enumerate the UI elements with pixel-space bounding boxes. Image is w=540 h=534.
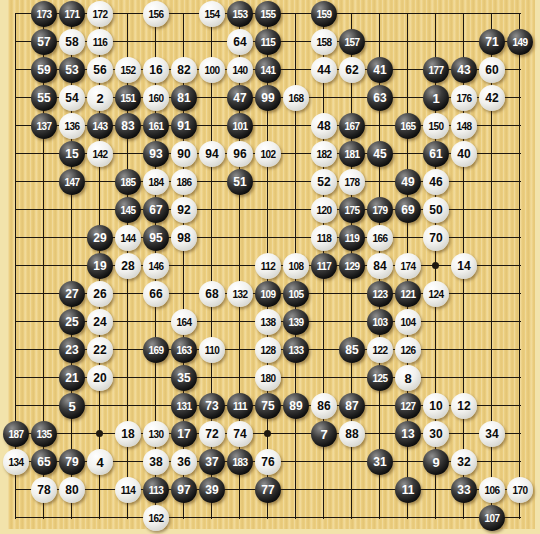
intersection[interactable]: 111 — [226, 392, 254, 420]
stone-black[interactable]: 91 — [171, 113, 197, 139]
intersection[interactable] — [282, 448, 310, 476]
intersection[interactable] — [198, 504, 226, 532]
intersection[interactable]: 41 — [366, 56, 394, 84]
intersection[interactable]: 178 — [338, 168, 366, 196]
intersection[interactable]: 85 — [338, 336, 366, 364]
stone-black[interactable]: 187 — [3, 421, 29, 447]
intersection[interactable] — [226, 476, 254, 504]
intersection[interactable]: 144 — [114, 224, 142, 252]
stone-white[interactable]: 76 — [255, 449, 281, 475]
stone-black[interactable]: 41 — [367, 57, 393, 83]
intersection[interactable] — [450, 0, 478, 28]
intersection[interactable]: 49 — [394, 168, 422, 196]
intersection[interactable]: 153 — [226, 0, 254, 28]
intersection[interactable]: 182 — [310, 140, 338, 168]
intersection[interactable]: 168 — [282, 84, 310, 112]
intersection[interactable]: 163 — [170, 336, 198, 364]
intersection[interactable] — [198, 112, 226, 140]
stone-white[interactable]: 58 — [59, 29, 85, 55]
stone-black[interactable]: 73 — [199, 393, 225, 419]
intersection[interactable]: 13 — [394, 420, 422, 448]
intersection[interactable] — [30, 280, 58, 308]
intersection[interactable]: 40 — [450, 140, 478, 168]
intersection[interactable] — [114, 504, 142, 532]
stone-white[interactable]: 136 — [59, 113, 85, 139]
intersection[interactable] — [394, 84, 422, 112]
intersection[interactable]: 91 — [170, 112, 198, 140]
intersection[interactable] — [2, 0, 30, 28]
stone-black[interactable]: 167 — [339, 113, 365, 139]
intersection[interactable] — [142, 364, 170, 392]
stone-white[interactable]: 62 — [339, 57, 365, 83]
intersection[interactable]: 10 — [422, 392, 450, 420]
intersection[interactable]: 35 — [170, 364, 198, 392]
intersection[interactable] — [478, 336, 506, 364]
intersection[interactable] — [366, 112, 394, 140]
intersection[interactable] — [226, 224, 254, 252]
intersection[interactable] — [114, 308, 142, 336]
stone-white[interactable]: 114 — [115, 477, 141, 503]
intersection[interactable] — [226, 252, 254, 280]
intersection[interactable] — [310, 308, 338, 336]
stone-white[interactable]: 80 — [59, 477, 85, 503]
intersection[interactable]: 70 — [422, 224, 450, 252]
stone-black[interactable]: 81 — [171, 85, 197, 111]
stone-white[interactable]: 24 — [87, 309, 113, 335]
stone-black[interactable]: 133 — [283, 337, 309, 363]
stone-white[interactable]: 28 — [115, 253, 141, 279]
stone-white[interactable]: 30 — [423, 421, 449, 447]
stone-black[interactable]: 27 — [59, 281, 85, 307]
stone-white[interactable]: 16 — [143, 57, 169, 83]
intersection[interactable]: 53 — [58, 56, 86, 84]
stone-white[interactable]: 108 — [283, 253, 309, 279]
intersection[interactable] — [506, 84, 534, 112]
intersection[interactable] — [2, 364, 30, 392]
intersection[interactable]: 99 — [254, 84, 282, 112]
intersection[interactable] — [282, 56, 310, 84]
intersection[interactable]: 158 — [310, 28, 338, 56]
stone-black[interactable]: 85 — [339, 337, 365, 363]
stone-white[interactable]: 120 — [311, 197, 337, 223]
intersection[interactable] — [506, 392, 534, 420]
stone-black[interactable]: 83 — [115, 113, 141, 139]
intersection[interactable]: 128 — [254, 336, 282, 364]
intersection[interactable]: 52 — [310, 168, 338, 196]
intersection[interactable]: 118 — [310, 224, 338, 252]
stone-white[interactable]: 122 — [367, 337, 393, 363]
intersection[interactable]: 72 — [198, 420, 226, 448]
intersection[interactable]: 142 — [86, 140, 114, 168]
intersection[interactable] — [198, 196, 226, 224]
intersection[interactable] — [2, 504, 30, 532]
intersection[interactable] — [422, 308, 450, 336]
intersection[interactable] — [506, 504, 534, 532]
intersection[interactable]: 150 — [422, 112, 450, 140]
stone-black[interactable]: 145 — [115, 197, 141, 223]
stone-black[interactable]: 45 — [367, 141, 393, 167]
intersection[interactable] — [282, 476, 310, 504]
intersection[interactable]: 42 — [478, 84, 506, 112]
intersection[interactable]: 68 — [198, 280, 226, 308]
stone-white[interactable]: 78 — [31, 477, 57, 503]
intersection[interactable] — [2, 392, 30, 420]
stone-white[interactable]: 2 — [87, 85, 113, 111]
intersection[interactable]: 175 — [338, 196, 366, 224]
stone-black[interactable]: 23 — [59, 337, 85, 363]
intersection[interactable] — [422, 28, 450, 56]
stone-white[interactable]: 126 — [395, 337, 421, 363]
stone-black[interactable]: 181 — [339, 141, 365, 167]
intersection[interactable]: 82 — [170, 56, 198, 84]
intersection[interactable] — [422, 364, 450, 392]
intersection[interactable] — [394, 504, 422, 532]
intersection[interactable] — [86, 168, 114, 196]
intersection[interactable] — [450, 28, 478, 56]
intersection[interactable] — [338, 280, 366, 308]
intersection[interactable] — [254, 112, 282, 140]
intersection[interactable]: 18 — [114, 420, 142, 448]
intersection[interactable] — [478, 224, 506, 252]
intersection[interactable] — [310, 364, 338, 392]
intersection[interactable]: 55 — [30, 84, 58, 112]
intersection[interactable] — [30, 392, 58, 420]
stone-white[interactable]: 68 — [199, 281, 225, 307]
stone-white[interactable]: 170 — [507, 477, 533, 503]
intersection[interactable]: 132 — [226, 280, 254, 308]
intersection[interactable]: 26 — [86, 280, 114, 308]
stone-black[interactable]: 5 — [59, 393, 85, 419]
intersection[interactable]: 112 — [254, 252, 282, 280]
intersection[interactable]: 43 — [450, 56, 478, 84]
intersection[interactable] — [338, 476, 366, 504]
stone-black[interactable]: 159 — [311, 1, 337, 27]
intersection[interactable]: 15 — [58, 140, 86, 168]
stone-black[interactable]: 61 — [423, 141, 449, 167]
intersection[interactable]: 100 — [198, 56, 226, 84]
intersection[interactable] — [30, 308, 58, 336]
intersection[interactable]: 105 — [282, 280, 310, 308]
intersection[interactable]: 115 — [254, 28, 282, 56]
intersection[interactable]: 9 — [422, 448, 450, 476]
stone-black[interactable]: 1 — [423, 85, 449, 111]
intersection[interactable]: 71 — [478, 28, 506, 56]
intersection[interactable]: 125 — [366, 364, 394, 392]
stone-white[interactable]: 14 — [451, 253, 477, 279]
intersection[interactable] — [142, 308, 170, 336]
intersection[interactable] — [2, 252, 30, 280]
intersection[interactable]: 88 — [338, 420, 366, 448]
intersection[interactable]: 69 — [394, 196, 422, 224]
intersection[interactable]: 157 — [338, 28, 366, 56]
intersection[interactable]: 45 — [366, 140, 394, 168]
intersection[interactable] — [450, 336, 478, 364]
intersection[interactable]: 181 — [338, 140, 366, 168]
intersection[interactable]: 161 — [142, 112, 170, 140]
intersection[interactable] — [114, 364, 142, 392]
stone-black[interactable]: 151 — [115, 85, 141, 111]
intersection[interactable]: 92 — [170, 196, 198, 224]
intersection[interactable] — [226, 364, 254, 392]
intersection[interactable] — [254, 224, 282, 252]
intersection[interactable] — [254, 196, 282, 224]
stone-black[interactable]: 149 — [507, 29, 533, 55]
intersection[interactable]: 104 — [394, 308, 422, 336]
intersection[interactable]: 149 — [506, 28, 534, 56]
intersection[interactable]: 113 — [142, 476, 170, 504]
intersection[interactable]: 126 — [394, 336, 422, 364]
stone-white[interactable]: 88 — [339, 421, 365, 447]
stone-black[interactable]: 115 — [255, 29, 281, 55]
stone-white[interactable]: 158 — [311, 29, 337, 55]
intersection[interactable]: 2 — [86, 84, 114, 112]
intersection[interactable]: 8 — [394, 364, 422, 392]
intersection[interactable] — [170, 252, 198, 280]
intersection[interactable]: 62 — [338, 56, 366, 84]
intersection[interactable] — [478, 196, 506, 224]
intersection[interactable]: 179 — [366, 196, 394, 224]
stone-white[interactable]: 148 — [451, 113, 477, 139]
intersection[interactable] — [394, 56, 422, 84]
intersection[interactable] — [2, 56, 30, 84]
intersection[interactable]: 102 — [254, 140, 282, 168]
stone-white[interactable]: 70 — [423, 225, 449, 251]
intersection[interactable]: 21 — [58, 364, 86, 392]
stone-black[interactable]: 137 — [31, 113, 57, 139]
stone-white[interactable]: 152 — [115, 57, 141, 83]
stone-white[interactable]: 182 — [311, 141, 337, 167]
intersection[interactable] — [58, 224, 86, 252]
intersection[interactable] — [506, 420, 534, 448]
intersection[interactable]: 12 — [450, 392, 478, 420]
intersection[interactable] — [226, 308, 254, 336]
intersection[interactable] — [30, 252, 58, 280]
stone-white[interactable]: 134 — [3, 449, 29, 475]
stone-black[interactable]: 19 — [87, 253, 113, 279]
intersection[interactable]: 171 — [58, 0, 86, 28]
intersection[interactable]: 173 — [30, 0, 58, 28]
intersection[interactable]: 89 — [282, 392, 310, 420]
intersection[interactable]: 61 — [422, 140, 450, 168]
intersection[interactable]: 79 — [58, 448, 86, 476]
intersection[interactable] — [2, 168, 30, 196]
intersection[interactable]: 47 — [226, 84, 254, 112]
intersection[interactable] — [506, 280, 534, 308]
stone-white[interactable]: 186 — [171, 169, 197, 195]
stone-black[interactable]: 53 — [59, 57, 85, 83]
stone-white[interactable]: 132 — [227, 281, 253, 307]
intersection[interactable]: 183 — [226, 448, 254, 476]
intersection[interactable]: 152 — [114, 56, 142, 84]
stone-white[interactable]: 50 — [423, 197, 449, 223]
intersection[interactable]: 124 — [422, 280, 450, 308]
intersection[interactable] — [394, 28, 422, 56]
intersection[interactable] — [198, 364, 226, 392]
stone-black[interactable]: 35 — [171, 365, 197, 391]
intersection[interactable] — [450, 420, 478, 448]
intersection[interactable] — [506, 308, 534, 336]
intersection[interactable] — [450, 364, 478, 392]
stone-black[interactable]: 79 — [59, 449, 85, 475]
intersection[interactable]: 46 — [422, 168, 450, 196]
intersection[interactable]: 117 — [310, 252, 338, 280]
intersection[interactable]: 147 — [58, 168, 86, 196]
stone-black[interactable]: 157 — [339, 29, 365, 55]
intersection[interactable] — [2, 84, 30, 112]
intersection[interactable]: 184 — [142, 168, 170, 196]
intersection[interactable] — [86, 196, 114, 224]
stone-black[interactable]: 75 — [255, 393, 281, 419]
stone-white[interactable]: 22 — [87, 337, 113, 363]
intersection[interactable] — [282, 28, 310, 56]
intersection[interactable] — [2, 140, 30, 168]
intersection[interactable] — [58, 196, 86, 224]
intersection[interactable] — [310, 280, 338, 308]
intersection[interactable] — [478, 252, 506, 280]
intersection[interactable] — [198, 28, 226, 56]
stone-black[interactable]: 143 — [87, 113, 113, 139]
intersection[interactable]: 151 — [114, 84, 142, 112]
intersection[interactable]: 17 — [170, 420, 198, 448]
intersection[interactable] — [282, 420, 310, 448]
intersection[interactable] — [170, 0, 198, 28]
intersection[interactable] — [506, 252, 534, 280]
stone-white[interactable]: 162 — [143, 505, 169, 531]
intersection[interactable]: 74 — [226, 420, 254, 448]
intersection[interactable] — [254, 168, 282, 196]
intersection[interactable] — [366, 420, 394, 448]
intersection[interactable] — [310, 336, 338, 364]
intersection[interactable]: 159 — [310, 0, 338, 28]
intersection[interactable]: 138 — [254, 308, 282, 336]
stone-black[interactable]: 99 — [255, 85, 281, 111]
stone-black[interactable]: 183 — [227, 449, 253, 475]
intersection[interactable] — [338, 308, 366, 336]
intersection[interactable]: 37 — [198, 448, 226, 476]
intersection[interactable] — [58, 420, 86, 448]
intersection[interactable] — [198, 308, 226, 336]
stone-black[interactable]: 147 — [59, 169, 85, 195]
intersection[interactable]: 84 — [366, 252, 394, 280]
intersection[interactable]: 36 — [170, 448, 198, 476]
intersection[interactable] — [114, 280, 142, 308]
intersection[interactable]: 57 — [30, 28, 58, 56]
intersection[interactable]: 169 — [142, 336, 170, 364]
intersection[interactable]: 186 — [170, 168, 198, 196]
intersection[interactable] — [142, 28, 170, 56]
intersection[interactable]: 156 — [142, 0, 170, 28]
intersection[interactable] — [310, 84, 338, 112]
stone-black[interactable]: 127 — [395, 393, 421, 419]
intersection[interactable]: 148 — [450, 112, 478, 140]
intersection[interactable]: 139 — [282, 308, 310, 336]
stone-white[interactable]: 174 — [395, 253, 421, 279]
stone-white[interactable]: 116 — [87, 29, 113, 55]
intersection[interactable] — [450, 280, 478, 308]
stone-white[interactable]: 64 — [227, 29, 253, 55]
intersection[interactable] — [366, 504, 394, 532]
intersection[interactable]: 81 — [170, 84, 198, 112]
intersection[interactable]: 77 — [254, 476, 282, 504]
stone-white[interactable]: 102 — [255, 141, 281, 167]
stone-black[interactable]: 113 — [143, 477, 169, 503]
stone-white[interactable]: 168 — [283, 85, 309, 111]
stone-black[interactable]: 87 — [339, 393, 365, 419]
intersection[interactable] — [198, 224, 226, 252]
stone-white[interactable]: 156 — [143, 1, 169, 27]
intersection[interactable]: 130 — [142, 420, 170, 448]
stone-white[interactable]: 142 — [87, 141, 113, 167]
intersection[interactable] — [114, 392, 142, 420]
stone-black[interactable]: 125 — [367, 365, 393, 391]
stone-white[interactable]: 48 — [311, 113, 337, 139]
stone-white[interactable]: 150 — [423, 113, 449, 139]
intersection[interactable]: 164 — [170, 308, 198, 336]
stone-white[interactable]: 54 — [59, 85, 85, 111]
intersection[interactable] — [478, 140, 506, 168]
intersection[interactable] — [478, 364, 506, 392]
intersection[interactable]: 136 — [58, 112, 86, 140]
intersection[interactable]: 96 — [226, 140, 254, 168]
stone-black[interactable]: 95 — [143, 225, 169, 251]
intersection[interactable] — [310, 448, 338, 476]
stone-white[interactable]: 140 — [227, 57, 253, 83]
intersection[interactable] — [170, 28, 198, 56]
stone-black[interactable]: 63 — [367, 85, 393, 111]
intersection[interactable] — [450, 308, 478, 336]
intersection[interactable]: 28 — [114, 252, 142, 280]
stone-white[interactable]: 130 — [143, 421, 169, 447]
stone-white[interactable]: 56 — [87, 57, 113, 83]
stone-black[interactable]: 119 — [339, 225, 365, 251]
intersection[interactable] — [478, 392, 506, 420]
stone-black[interactable]: 163 — [171, 337, 197, 363]
stone-black[interactable]: 177 — [423, 57, 449, 83]
intersection[interactable]: 75 — [254, 392, 282, 420]
intersection[interactable] — [366, 168, 394, 196]
stone-white[interactable]: 60 — [479, 57, 505, 83]
intersection[interactable]: 83 — [114, 112, 142, 140]
intersection[interactable] — [198, 168, 226, 196]
stone-black[interactable]: 7 — [311, 421, 337, 447]
stone-white[interactable]: 112 — [255, 253, 281, 279]
stone-white[interactable]: 46 — [423, 169, 449, 195]
stone-white[interactable]: 42 — [479, 85, 505, 111]
intersection[interactable]: 155 — [254, 0, 282, 28]
intersection[interactable]: 101 — [226, 112, 254, 140]
stone-white[interactable]: 144 — [115, 225, 141, 251]
intersection[interactable]: 7 — [310, 420, 338, 448]
intersection[interactable] — [478, 280, 506, 308]
stone-black[interactable]: 77 — [255, 477, 281, 503]
intersection[interactable]: 165 — [394, 112, 422, 140]
intersection[interactable] — [478, 448, 506, 476]
intersection[interactable] — [394, 224, 422, 252]
stone-black[interactable]: 117 — [311, 253, 337, 279]
intersection[interactable]: 185 — [114, 168, 142, 196]
intersection[interactable] — [226, 196, 254, 224]
intersection[interactable] — [86, 504, 114, 532]
stone-white[interactable]: 32 — [451, 449, 477, 475]
stone-white[interactable]: 34 — [479, 421, 505, 447]
stone-black[interactable]: 179 — [367, 197, 393, 223]
stone-black[interactable]: 25 — [59, 309, 85, 335]
intersection[interactable] — [282, 112, 310, 140]
intersection[interactable]: 137 — [30, 112, 58, 140]
intersection[interactable] — [506, 140, 534, 168]
intersection[interactable] — [30, 364, 58, 392]
intersection[interactable]: 167 — [338, 112, 366, 140]
